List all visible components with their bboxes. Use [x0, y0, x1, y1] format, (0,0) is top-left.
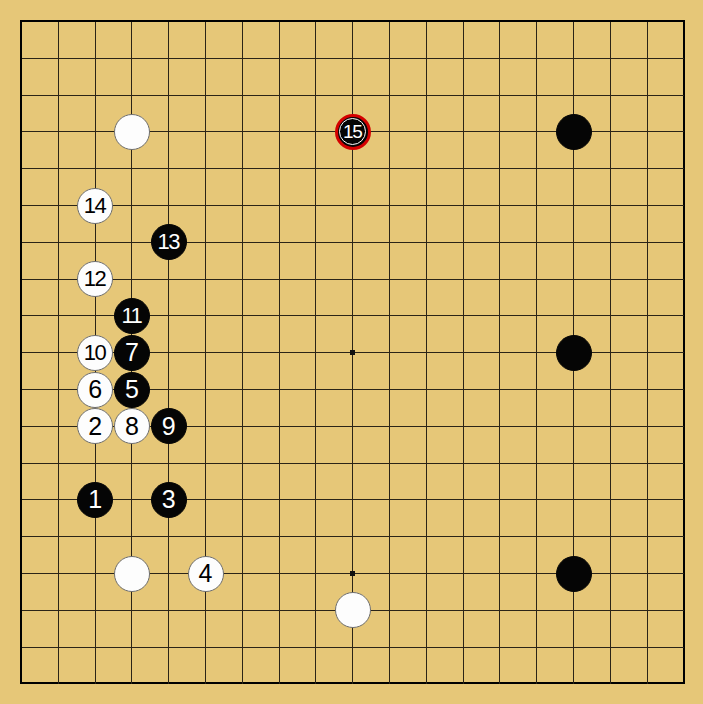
stone-white-D4[interactable] [114, 556, 150, 592]
grid-line-vertical [647, 22, 648, 684]
stone-white-move-6[interactable]: 6 [77, 372, 113, 408]
grid-line-horizontal [22, 536, 684, 537]
stone-black-Q4[interactable] [556, 556, 592, 592]
stone-white-move-4[interactable]: 4 [188, 556, 224, 592]
stone-black-Q16[interactable] [556, 114, 592, 150]
go-board-diagram: 123456789101112131415 [0, 0, 703, 704]
stone-black-move-9[interactable]: 9 [151, 408, 187, 444]
stone-white-move-12[interactable]: 12 [77, 261, 113, 297]
move-number: 7 [125, 340, 139, 365]
move-number: 14 [84, 195, 105, 217]
grid-line-horizontal [22, 647, 684, 648]
stone-black-move-7[interactable]: 7 [114, 335, 150, 371]
grid-line-vertical [426, 22, 427, 684]
grid-line-horizontal [22, 463, 684, 464]
move-number: 5 [125, 377, 139, 402]
move-number: 11 [121, 305, 141, 327]
move-number: 15 [343, 122, 361, 141]
stone-white-move-8[interactable]: 8 [114, 408, 150, 444]
stone-black-Q10[interactable] [556, 335, 592, 371]
stone-white-K3[interactable] [335, 592, 371, 628]
move-number: 8 [125, 414, 139, 439]
stone-black-move-3[interactable]: 3 [151, 482, 187, 518]
move-number: 3 [162, 487, 176, 512]
move-number: 9 [162, 414, 176, 439]
move-number: 10 [84, 342, 105, 364]
star-point [350, 571, 355, 576]
stone-black-move-13[interactable]: 13 [151, 224, 187, 260]
stone-black-move-1[interactable]: 1 [77, 482, 113, 518]
stone-black-move-11[interactable]: 11 [114, 298, 150, 334]
star-point [350, 350, 355, 355]
stone-white-move-14[interactable]: 14 [77, 188, 113, 224]
stone-black-move-5[interactable]: 5 [114, 372, 150, 408]
grid-line-vertical [536, 22, 537, 684]
stone-white-move-10[interactable]: 10 [77, 335, 113, 371]
grid-line-vertical [389, 22, 390, 684]
grid-line-vertical [610, 22, 611, 684]
grid-line-horizontal [22, 499, 684, 500]
move-number: 1 [88, 487, 102, 512]
move-number: 4 [199, 561, 213, 586]
move-number: 6 [88, 377, 102, 402]
grid-line-vertical [463, 22, 464, 684]
move-number: 12 [84, 268, 105, 290]
grid-line-vertical [499, 22, 500, 684]
stone-white-D16[interactable] [114, 114, 150, 150]
last-move-circle-marker: 15 [339, 118, 366, 145]
stone-black-move-15[interactable]: 15 [335, 114, 371, 150]
move-number: 13 [157, 231, 178, 253]
move-number: 2 [88, 414, 102, 439]
